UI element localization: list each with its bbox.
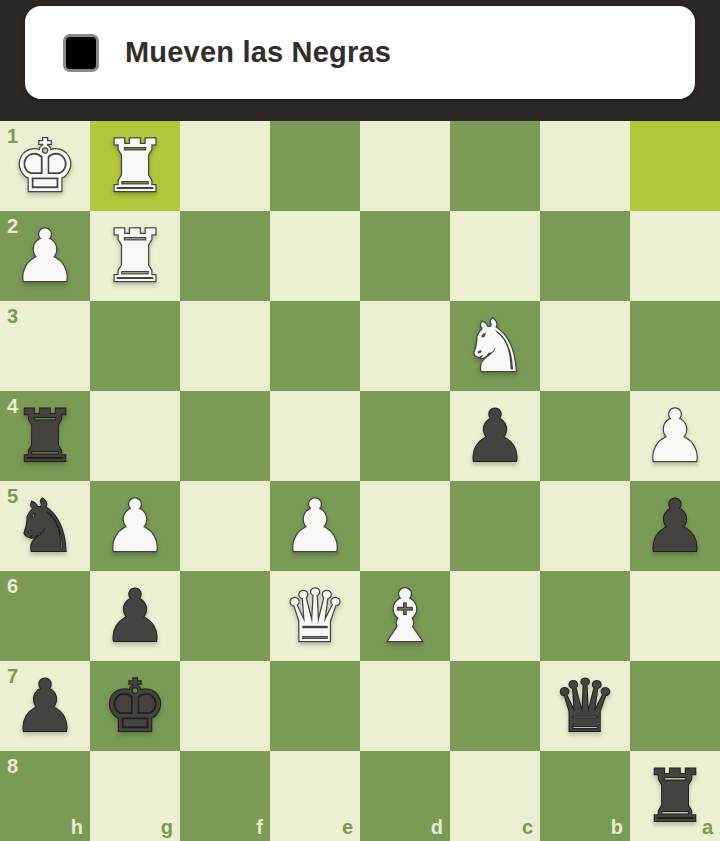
- square-g2[interactable]: ♜: [90, 211, 180, 301]
- white-knight[interactable]: ♞: [463, 310, 528, 382]
- square-d1[interactable]: [360, 121, 450, 211]
- square-g7[interactable]: ♚: [90, 661, 180, 751]
- white-pawn[interactable]: ♟: [643, 400, 708, 472]
- square-d2[interactable]: [360, 211, 450, 301]
- square-b4[interactable]: [540, 391, 630, 481]
- rank-label-6: 6: [7, 576, 18, 596]
- square-d4[interactable]: [360, 391, 450, 481]
- square-c6[interactable]: [450, 571, 540, 661]
- black-pawn[interactable]: ♟: [463, 400, 528, 472]
- white-rook[interactable]: ♜: [103, 130, 168, 202]
- square-a6[interactable]: [630, 571, 720, 661]
- white-rook[interactable]: ♜: [103, 220, 168, 292]
- square-e8[interactable]: e: [270, 751, 360, 841]
- square-c2[interactable]: [450, 211, 540, 301]
- black-square-icon: [63, 34, 99, 72]
- square-f3[interactable]: [180, 301, 270, 391]
- square-g4[interactable]: [90, 391, 180, 481]
- square-c8[interactable]: c: [450, 751, 540, 841]
- square-e6[interactable]: ♛: [270, 571, 360, 661]
- square-b1[interactable]: [540, 121, 630, 211]
- square-e3[interactable]: [270, 301, 360, 391]
- header-bar: Mueven las Negras: [0, 0, 720, 121]
- black-rook[interactable]: ♜: [13, 400, 78, 472]
- chess-board: 1♚♜2♟♜3♞4♜♟♟5♞♟♟♟6♟♛♝7♟♚♛8hgfedcba♜: [0, 121, 720, 841]
- square-d7[interactable]: [360, 661, 450, 751]
- square-d5[interactable]: [360, 481, 450, 571]
- black-pawn[interactable]: ♟: [13, 670, 78, 742]
- square-f4[interactable]: [180, 391, 270, 481]
- white-pawn[interactable]: ♟: [283, 490, 348, 562]
- square-a4[interactable]: ♟: [630, 391, 720, 481]
- turn-indicator-card: Mueven las Negras: [25, 6, 695, 99]
- file-label-c: c: [522, 817, 533, 837]
- black-rook[interactable]: ♜: [643, 760, 708, 832]
- square-g6[interactable]: ♟: [90, 571, 180, 661]
- square-a1[interactable]: [630, 121, 720, 211]
- square-c1[interactable]: [450, 121, 540, 211]
- square-b8[interactable]: b: [540, 751, 630, 841]
- square-f2[interactable]: [180, 211, 270, 301]
- file-label-d: d: [431, 817, 443, 837]
- square-b3[interactable]: [540, 301, 630, 391]
- black-knight[interactable]: ♞: [13, 490, 78, 562]
- file-label-e: e: [342, 817, 353, 837]
- file-label-h: h: [71, 817, 83, 837]
- white-bishop[interactable]: ♝: [373, 580, 438, 652]
- rank-label-3: 3: [7, 306, 18, 326]
- square-c4[interactable]: ♟: [450, 391, 540, 481]
- file-label-g: g: [161, 817, 173, 837]
- black-pawn[interactable]: ♟: [103, 580, 168, 652]
- square-e1[interactable]: [270, 121, 360, 211]
- square-h5[interactable]: 5♞: [0, 481, 90, 571]
- square-f6[interactable]: [180, 571, 270, 661]
- square-g1[interactable]: ♜: [90, 121, 180, 211]
- square-g5[interactable]: ♟: [90, 481, 180, 571]
- square-b5[interactable]: [540, 481, 630, 571]
- square-b7[interactable]: ♛: [540, 661, 630, 751]
- square-f1[interactable]: [180, 121, 270, 211]
- square-e5[interactable]: ♟: [270, 481, 360, 571]
- rank-label-8: 8: [7, 756, 18, 776]
- square-f8[interactable]: f: [180, 751, 270, 841]
- square-a8[interactable]: a♜: [630, 751, 720, 841]
- square-a5[interactable]: ♟: [630, 481, 720, 571]
- white-queen[interactable]: ♛: [283, 580, 348, 652]
- square-b6[interactable]: [540, 571, 630, 661]
- square-h8[interactable]: 8h: [0, 751, 90, 841]
- file-label-b: b: [611, 817, 623, 837]
- square-h7[interactable]: 7♟: [0, 661, 90, 751]
- turn-title: Mueven las Negras: [125, 36, 391, 69]
- square-f7[interactable]: [180, 661, 270, 751]
- square-c3[interactable]: ♞: [450, 301, 540, 391]
- square-h2[interactable]: 2♟: [0, 211, 90, 301]
- file-label-f: f: [256, 817, 263, 837]
- square-d6[interactable]: ♝: [360, 571, 450, 661]
- square-a7[interactable]: [630, 661, 720, 751]
- white-pawn[interactable]: ♟: [103, 490, 168, 562]
- white-pawn[interactable]: ♟: [13, 220, 78, 292]
- white-king[interactable]: ♚: [13, 130, 78, 202]
- black-king[interactable]: ♚: [103, 670, 168, 742]
- square-h3[interactable]: 3: [0, 301, 90, 391]
- square-e2[interactable]: [270, 211, 360, 301]
- square-b2[interactable]: [540, 211, 630, 301]
- square-h4[interactable]: 4♜: [0, 391, 90, 481]
- square-g8[interactable]: g: [90, 751, 180, 841]
- square-a3[interactable]: [630, 301, 720, 391]
- square-c5[interactable]: [450, 481, 540, 571]
- square-c7[interactable]: [450, 661, 540, 751]
- square-e7[interactable]: [270, 661, 360, 751]
- black-queen[interactable]: ♛: [553, 670, 618, 742]
- square-d8[interactable]: d: [360, 751, 450, 841]
- square-f5[interactable]: [180, 481, 270, 571]
- square-d3[interactable]: [360, 301, 450, 391]
- square-h6[interactable]: 6: [0, 571, 90, 661]
- square-a2[interactable]: [630, 211, 720, 301]
- square-g3[interactable]: [90, 301, 180, 391]
- square-e4[interactable]: [270, 391, 360, 481]
- square-h1[interactable]: 1♚: [0, 121, 90, 211]
- app-screen: Mueven las Negras 1♚♜2♟♜3♞4♜♟♟5♞♟♟♟6♟♛♝7…: [0, 0, 720, 841]
- black-pawn[interactable]: ♟: [643, 490, 708, 562]
